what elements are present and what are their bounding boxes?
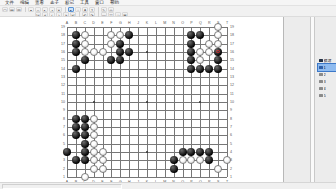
place-white-stone-icon[interactable]: ○ — [35, 7, 41, 12]
black-stone — [196, 65, 204, 73]
coord-label-top: Q — [196, 21, 204, 25]
forward-icon[interactable]: › — [56, 12, 62, 17]
search-icon[interactable]: ◎ — [108, 7, 114, 12]
black-stone — [179, 148, 187, 156]
panel-splitter[interactable] — [310, 17, 315, 182]
coord-label-left: 14 — [55, 67, 65, 71]
tree-node-icon — [319, 59, 323, 63]
white-stone — [81, 48, 89, 56]
coord-label-right: 19 — [230, 25, 240, 29]
white-stone — [99, 165, 107, 173]
erase-stone-icon[interactable]: ✕ — [56, 7, 62, 12]
tree-item-5[interactable]: 5 — [318, 92, 336, 99]
tree-node-icon — [319, 66, 323, 70]
grid-line-h — [67, 177, 227, 178]
coord-label-left: 16 — [55, 50, 65, 54]
black-stone — [81, 156, 89, 164]
tree-node-icon — [319, 87, 323, 91]
tree-node-icon — [319, 80, 323, 84]
white-stone — [99, 156, 107, 164]
coord-label-left: 1 — [55, 175, 65, 179]
black-stone — [72, 115, 80, 123]
number-mark-icon[interactable]: 1 — [89, 7, 95, 12]
black-stone — [72, 123, 80, 131]
black-stone — [72, 65, 80, 73]
white-stone — [81, 173, 89, 181]
redo-icon[interactable]: ↷ — [89, 12, 95, 17]
black-stone — [187, 56, 195, 64]
alt-black-icon[interactable]: ◐ — [42, 7, 48, 12]
black-stone — [81, 131, 89, 139]
tree-item-0[interactable]: 棋谱 — [318, 57, 336, 64]
coord-label-top: P — [187, 21, 195, 25]
grid-line-h — [67, 110, 227, 111]
coord-label-left: 15 — [55, 58, 65, 62]
grid-line-v — [156, 27, 157, 177]
black-stone — [214, 56, 222, 64]
coord-label-right: 15 — [230, 58, 240, 62]
toolbar-separator — [79, 12, 80, 17]
save-icon[interactable]: ▥ — [16, 7, 22, 12]
new-file-icon[interactable]: ▢ — [2, 7, 8, 12]
coord-label-top: E — [99, 21, 107, 25]
place-black-stone-icon[interactable]: ● — [28, 7, 34, 12]
tree-item-2[interactable]: 2 — [318, 71, 336, 78]
board-setup-icon[interactable]: ⊞ — [122, 12, 128, 17]
coord-label-top: B — [72, 21, 80, 25]
black-stone — [63, 148, 71, 156]
tree-node-label: 5 — [324, 94, 326, 98]
white-stone — [214, 165, 222, 173]
black-stone — [116, 48, 124, 56]
white-stone — [116, 31, 124, 39]
coord-label-top: O — [179, 21, 187, 25]
white-stone — [90, 165, 98, 173]
white-stone — [90, 140, 98, 148]
white-stone — [90, 156, 98, 164]
coord-label-right: 8 — [230, 117, 240, 121]
go-start-icon[interactable]: |« — [35, 12, 41, 17]
menu-item-3[interactable]: 走子 — [47, 0, 62, 5]
coord-label-left: 13 — [55, 75, 65, 79]
white-stone — [179, 156, 187, 164]
black-stone — [72, 40, 80, 48]
forward-10-icon[interactable]: » — [63, 12, 69, 17]
coord-label-left: 5 — [55, 142, 65, 146]
black-stone — [81, 56, 89, 64]
star-point — [146, 101, 148, 103]
white-stone — [107, 31, 115, 39]
coord-label-right: 14 — [230, 67, 240, 71]
coord-label-left: 3 — [55, 158, 65, 162]
white-stone — [187, 156, 195, 164]
back-10-icon[interactable]: « — [42, 12, 48, 17]
coord-label-right: 11 — [230, 92, 240, 96]
black-stone — [125, 48, 133, 56]
white-stone — [99, 48, 107, 56]
coord-label-top: H — [125, 21, 133, 25]
status-text — [2, 184, 122, 189]
coord-label-left: 17 — [55, 42, 65, 46]
white-stone — [107, 40, 115, 48]
black-stone — [72, 48, 80, 56]
coord-label-left: 10 — [55, 100, 65, 104]
black-stone — [196, 148, 204, 156]
undo-icon[interactable]: ↶ — [82, 12, 88, 17]
black-stone — [205, 65, 213, 73]
grid-line-v — [227, 27, 228, 177]
grid-line-v — [174, 27, 175, 177]
play-mode-icon[interactable]: ▸ — [68, 7, 74, 12]
black-stone — [72, 131, 80, 139]
letter-mark-icon[interactable]: A — [82, 7, 88, 12]
white-stone — [223, 156, 231, 164]
star-point — [146, 151, 148, 153]
white-stone — [90, 48, 98, 56]
coord-label-right: 4 — [230, 150, 240, 154]
white-stone — [90, 131, 98, 139]
coord-label-left: 7 — [55, 125, 65, 129]
tree-node-icon — [319, 73, 323, 77]
menu-item-6[interactable]: 窗口 — [92, 0, 107, 5]
coord-label-left: 12 — [55, 83, 65, 87]
coord-label-right: 18 — [230, 33, 240, 37]
black-stone — [81, 140, 89, 148]
tree-item-1[interactable]: 1 — [318, 64, 336, 71]
main-area: AA1919BB1818CC1717DD1616EE1515FF1414GG13… — [0, 17, 336, 182]
toolbar-separator — [98, 12, 99, 17]
coord-label-left: 2 — [55, 167, 65, 171]
black-stone — [107, 56, 115, 64]
coord-label-top: L — [152, 21, 160, 25]
side-panel: 棋谱12345 — [284, 17, 336, 182]
coord-label-top: N — [170, 21, 178, 25]
star-point — [146, 51, 148, 53]
black-stone — [187, 40, 195, 48]
white-stone — [196, 48, 204, 56]
black-stone — [187, 48, 195, 56]
coord-label-left: 8 — [55, 117, 65, 121]
tree-node-label: 3 — [324, 80, 326, 84]
black-stone — [81, 148, 89, 156]
menu-item-2[interactable]: 查看 — [32, 0, 47, 5]
coord-label-right: 1 — [230, 175, 240, 179]
coord-label-top: D — [90, 21, 98, 25]
tree-node-label: 2 — [324, 73, 326, 77]
tree-node-label: 4 — [324, 87, 326, 91]
white-stone — [205, 48, 213, 56]
coord-label-right: 13 — [230, 75, 240, 79]
black-stone — [72, 156, 80, 164]
tree-item-4[interactable]: 4 — [318, 85, 336, 92]
white-stone — [214, 40, 222, 48]
white-stone — [90, 123, 98, 131]
board-canvas: AA1919BB1818CC1717DD1616EE1515FF1414GG13… — [0, 17, 284, 182]
black-stone — [205, 148, 213, 156]
coord-label-left: 6 — [55, 133, 65, 137]
black-stone — [116, 56, 124, 64]
white-stone — [90, 148, 98, 156]
black-stone — [116, 40, 124, 48]
goban[interactable]: AA1919BB1818CC1717DD1616EE1515FF1414GG13… — [67, 27, 227, 177]
coord-label-right: 9 — [230, 108, 240, 112]
coord-label-right: 12 — [230, 83, 240, 87]
coord-label-right: 2 — [230, 167, 240, 171]
white-stone — [196, 56, 204, 64]
pass-icon[interactable]: ▭ — [101, 12, 107, 17]
star-point — [93, 101, 95, 103]
black-stone — [187, 31, 195, 39]
black-stone — [205, 156, 213, 164]
menu-item-7[interactable]: 帮助 — [107, 0, 122, 5]
coord-label-top: F — [107, 21, 115, 25]
white-stone — [196, 156, 204, 164]
white-stone — [214, 23, 222, 31]
menu-item-5[interactable]: 工具 — [77, 0, 92, 5]
last-move-marker — [216, 50, 219, 53]
coord-label-top: T — [223, 21, 231, 25]
menu-item-0[interactable]: 文件 — [2, 0, 17, 5]
coord-label-right: 17 — [230, 42, 240, 46]
triangle-mark-icon[interactable]: △ — [75, 7, 81, 12]
coord-label-top: G — [116, 21, 124, 25]
black-stone — [81, 115, 89, 123]
black-stone — [170, 156, 178, 164]
coord-label-right: 16 — [230, 50, 240, 54]
menu-item-1[interactable]: 编辑 — [17, 0, 32, 5]
tree-item-3[interactable]: 3 — [318, 78, 336, 85]
coord-label-top: C — [81, 21, 89, 25]
white-stone — [214, 31, 222, 39]
coord-label-right: 10 — [230, 100, 240, 104]
white-stone — [99, 148, 107, 156]
coord-label-left: 19 — [55, 25, 65, 29]
coord-label-top: J — [134, 21, 142, 25]
menu-item-4[interactable]: 标记 — [62, 0, 77, 5]
toolbar-separator — [25, 7, 26, 12]
black-stone — [72, 31, 80, 39]
toolbar-separator — [65, 7, 66, 12]
white-stone — [205, 40, 213, 48]
tree-node-icon — [319, 94, 323, 98]
tree-node-label: 1 — [324, 66, 326, 70]
comment-icon[interactable]: ✎ — [101, 7, 107, 12]
black-stone — [196, 31, 204, 39]
status-bar — [0, 182, 336, 189]
variation-icon[interactable]: ▽ — [108, 12, 114, 17]
coord-label-right: 7 — [230, 125, 240, 129]
variation-tree: 棋谱12345 — [318, 57, 336, 99]
coord-label-top: R — [205, 21, 213, 25]
coord-label-left: 9 — [55, 108, 65, 112]
open-file-icon[interactable]: ▤ — [9, 7, 15, 12]
coord-label-left: 18 — [55, 33, 65, 37]
coord-label-top: M — [161, 21, 169, 25]
grid-line-v — [165, 27, 166, 177]
coord-label-left: 11 — [55, 92, 65, 96]
tree-view-icon[interactable]: ◇ — [115, 12, 121, 17]
black-stone — [187, 148, 195, 156]
tree-node-label: 棋谱 — [324, 59, 332, 63]
coord-label-right: 5 — [230, 142, 240, 146]
black-stone — [214, 65, 222, 73]
black-stone — [81, 123, 89, 131]
black-stone — [187, 65, 195, 73]
black-stone — [170, 165, 178, 173]
coord-label-right: 6 — [230, 133, 240, 137]
alt-white-icon[interactable]: ◑ — [49, 7, 55, 12]
black-stone — [214, 48, 222, 56]
coord-label-right: 3 — [230, 158, 240, 162]
coord-label-top: K — [143, 21, 151, 25]
white-stone — [81, 31, 89, 39]
black-stone — [125, 31, 133, 39]
white-stone — [81, 40, 89, 48]
go-end-icon[interactable]: »| — [70, 12, 76, 17]
back-icon[interactable]: ‹ — [49, 12, 55, 17]
white-stone — [90, 115, 98, 123]
